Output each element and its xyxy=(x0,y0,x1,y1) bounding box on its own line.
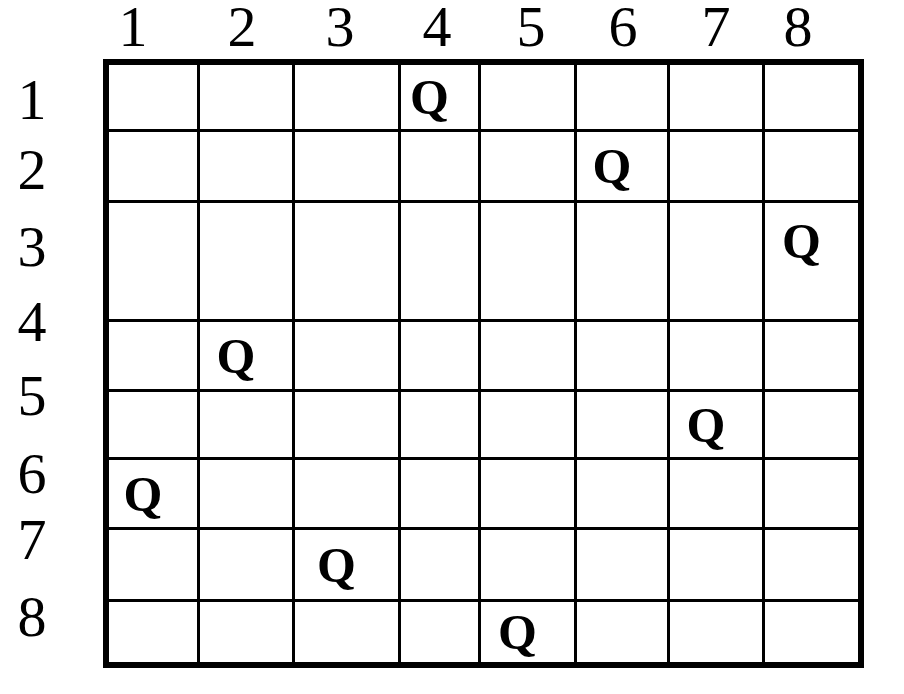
cell-r7c4 xyxy=(401,530,481,602)
cell-r6c5 xyxy=(481,460,577,530)
row-label-6: 6 xyxy=(18,445,47,503)
cell-r5c3 xyxy=(295,392,401,460)
cell-r7c8 xyxy=(765,530,858,602)
cell-r2c7 xyxy=(670,132,765,203)
cell-r1c8 xyxy=(765,65,858,132)
cell-r1c5 xyxy=(481,65,577,132)
col-label-3: 3 xyxy=(326,0,355,56)
queen: Q xyxy=(782,216,821,266)
cell-r7c3: Q xyxy=(295,530,401,602)
cell-r2c6: Q xyxy=(577,132,670,203)
cell-r6c7 xyxy=(670,460,765,530)
cell-r5c5 xyxy=(481,392,577,460)
queen: Q xyxy=(687,400,726,450)
row-label-4: 4 xyxy=(18,293,47,351)
cell-r3c4 xyxy=(401,203,481,322)
cell-r3c1 xyxy=(109,203,200,322)
cell-r4c8 xyxy=(765,322,858,392)
cell-r5c8 xyxy=(765,392,858,460)
cell-r4c1 xyxy=(109,322,200,392)
cell-r4c6 xyxy=(577,322,670,392)
cell-r1c7 xyxy=(670,65,765,132)
cell-r8c3 xyxy=(295,602,401,662)
col-label-6: 6 xyxy=(609,0,638,56)
cell-r6c6 xyxy=(577,460,670,530)
cell-r5c4 xyxy=(401,392,481,460)
col-label-4: 4 xyxy=(423,0,452,56)
cell-r4c7 xyxy=(670,322,765,392)
cell-r3c8: Q xyxy=(765,203,858,322)
cell-r1c4: Q xyxy=(401,65,481,132)
cell-r7c1 xyxy=(109,530,200,602)
cell-r8c1 xyxy=(109,602,200,662)
queen: Q xyxy=(217,331,256,381)
queen: Q xyxy=(124,469,163,519)
cell-r8c6 xyxy=(577,602,670,662)
col-label-1: 1 xyxy=(119,0,148,56)
cell-r7c7 xyxy=(670,530,765,602)
cell-r7c2 xyxy=(200,530,295,602)
queen: Q xyxy=(593,141,632,191)
cell-r5c2 xyxy=(200,392,295,460)
cell-r1c2 xyxy=(200,65,295,132)
row-label-8: 8 xyxy=(18,588,47,646)
row-label-1: 1 xyxy=(18,71,47,129)
queen: Q xyxy=(410,72,449,122)
row-label-2: 2 xyxy=(18,141,47,199)
queen: Q xyxy=(317,540,356,590)
cell-r2c3 xyxy=(295,132,401,203)
cell-r8c8 xyxy=(765,602,858,662)
cell-r1c6 xyxy=(577,65,670,132)
cell-r2c5 xyxy=(481,132,577,203)
cell-r4c2: Q xyxy=(200,322,295,392)
cell-r2c2 xyxy=(200,132,295,203)
board: QQQQQQQQ xyxy=(103,59,864,668)
cell-r6c1: Q xyxy=(109,460,200,530)
col-label-2: 2 xyxy=(228,0,257,56)
cell-r7c5 xyxy=(481,530,577,602)
cell-r3c7 xyxy=(670,203,765,322)
cell-r6c4 xyxy=(401,460,481,530)
col-label-7: 7 xyxy=(702,0,731,56)
cell-r3c3 xyxy=(295,203,401,322)
cell-r5c1 xyxy=(109,392,200,460)
col-label-5: 5 xyxy=(517,0,546,56)
cell-r3c2 xyxy=(200,203,295,322)
cell-r8c4 xyxy=(401,602,481,662)
cell-r6c8 xyxy=(765,460,858,530)
cell-r8c7 xyxy=(670,602,765,662)
cell-r2c1 xyxy=(109,132,200,203)
cell-r4c3 xyxy=(295,322,401,392)
cell-r4c5 xyxy=(481,322,577,392)
cell-r3c6 xyxy=(577,203,670,322)
cell-r1c3 xyxy=(295,65,401,132)
cell-r6c2 xyxy=(200,460,295,530)
cell-r5c6 xyxy=(577,392,670,460)
cell-r7c6 xyxy=(577,530,670,602)
cell-r4c4 xyxy=(401,322,481,392)
row-label-7: 7 xyxy=(18,511,47,569)
row-label-5: 5 xyxy=(18,367,47,425)
cell-r8c5: Q xyxy=(481,602,577,662)
queen: Q xyxy=(498,607,537,657)
col-label-8: 8 xyxy=(784,0,813,56)
cell-r3c5 xyxy=(481,203,577,322)
cell-r8c2 xyxy=(200,602,295,662)
cell-r5c7: Q xyxy=(670,392,765,460)
cell-r2c8 xyxy=(765,132,858,203)
cell-r2c4 xyxy=(401,132,481,203)
cell-r1c1 xyxy=(109,65,200,132)
row-label-3: 3 xyxy=(18,218,47,276)
cell-r6c3 xyxy=(295,460,401,530)
